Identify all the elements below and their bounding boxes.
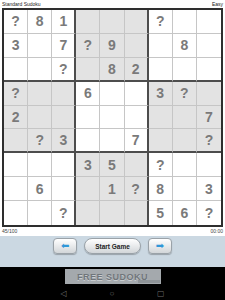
cell-r3c7[interactable]	[149, 58, 173, 82]
page-title: Standard Sudoku	[2, 1, 41, 7]
cell-r5c9[interactable]: 7	[197, 106, 221, 130]
cell-r1c4[interactable]	[76, 10, 100, 34]
android-nav-bar: ◁ ○ ▢	[61, 290, 165, 298]
controls-bar: ⬅ Start Game ➡	[0, 238, 225, 254]
cell-r6c6[interactable]: 7	[125, 129, 149, 153]
cell-r5c1[interactable]: 2	[4, 106, 28, 130]
cell-r5c5[interactable]	[100, 106, 124, 130]
cell-r4c8[interactable]: ?	[173, 82, 197, 106]
cell-r6c7[interactable]	[149, 129, 173, 153]
cell-r6c3[interactable]: 3	[52, 129, 76, 153]
previous-puzzle-button[interactable]: ⬅	[53, 238, 77, 254]
cell-r8c4[interactable]	[76, 177, 100, 201]
cell-r4c2[interactable]	[28, 82, 52, 106]
cell-r1c9[interactable]	[197, 10, 221, 34]
cell-r5c2[interactable]	[28, 106, 52, 130]
cell-r6c4[interactable]	[76, 129, 100, 153]
status-bar: 45/100 00:00	[0, 228, 225, 234]
cell-r7c7[interactable]: ?	[149, 153, 173, 177]
cell-r4c4[interactable]: 6	[76, 82, 100, 106]
arrow-left-icon: ⬅	[61, 241, 69, 251]
difficulty-label: Easy	[212, 1, 223, 7]
cell-r8c5[interactable]: 1	[100, 177, 124, 201]
cell-r4c5[interactable]	[100, 82, 124, 106]
cell-r9c4[interactable]	[76, 201, 100, 225]
cell-r9c8[interactable]: 6	[173, 201, 197, 225]
recent-apps-icon[interactable]: ▢	[157, 290, 165, 298]
home-icon[interactable]: ○	[109, 290, 114, 298]
game-panel: Standard Sudoku Easy ?81?37?98?82?63?27?…	[0, 0, 225, 236]
cell-r9c6[interactable]	[125, 201, 149, 225]
header-bar: Standard Sudoku Easy	[0, 0, 225, 8]
arrow-right-icon: ➡	[156, 241, 164, 251]
cell-r2c1[interactable]: 3	[4, 34, 28, 58]
cell-r8c9[interactable]: 3	[197, 177, 221, 201]
cell-r3c3[interactable]: ?	[52, 58, 76, 82]
cell-r6c5[interactable]	[100, 129, 124, 153]
cell-r6c8[interactable]	[173, 129, 197, 153]
cell-r3c2[interactable]	[28, 58, 52, 82]
cell-r2c4[interactable]: ?	[76, 34, 100, 58]
cell-r5c7[interactable]	[149, 106, 173, 130]
cell-r8c6[interactable]: ?	[125, 177, 149, 201]
cell-r2c8[interactable]: 8	[173, 34, 197, 58]
back-icon[interactable]: ◁	[61, 290, 67, 298]
cell-r4c9[interactable]	[197, 82, 221, 106]
cell-r9c2[interactable]	[28, 201, 52, 225]
progress-counter: 45/100	[2, 228, 17, 234]
cell-r7c9[interactable]	[197, 153, 221, 177]
cell-r8c3[interactable]	[52, 177, 76, 201]
cell-r6c2[interactable]: ?	[28, 129, 52, 153]
cell-r2c3[interactable]: 7	[52, 34, 76, 58]
cell-r1c5[interactable]	[100, 10, 124, 34]
cell-r5c3[interactable]	[52, 106, 76, 130]
cell-r5c6[interactable]	[125, 106, 149, 130]
cell-r2c2[interactable]	[28, 34, 52, 58]
ad-banner[interactable]: FREE SUDOKU	[65, 269, 161, 284]
cell-r6c1[interactable]	[4, 129, 28, 153]
cell-r7c1[interactable]	[4, 153, 28, 177]
cell-r6c9[interactable]: ?	[197, 129, 221, 153]
cell-r4c7[interactable]: 3	[149, 82, 173, 106]
cell-r9c7[interactable]: 5	[149, 201, 173, 225]
cell-r9c9[interactable]: ?	[197, 201, 221, 225]
cell-r2c9[interactable]	[197, 34, 221, 58]
cell-r1c1[interactable]: ?	[4, 10, 28, 34]
cell-r7c5[interactable]: 5	[100, 153, 124, 177]
cell-r7c3[interactable]	[52, 153, 76, 177]
cell-r9c1[interactable]	[4, 201, 28, 225]
start-game-button[interactable]: Start Game	[84, 238, 141, 254]
cell-r8c1[interactable]	[4, 177, 28, 201]
cell-r3c6[interactable]: 2	[125, 58, 149, 82]
cell-r1c8[interactable]	[173, 10, 197, 34]
cell-r1c7[interactable]: ?	[149, 10, 173, 34]
cell-r3c5[interactable]: 8	[100, 58, 124, 82]
cell-r7c4[interactable]: 3	[76, 153, 100, 177]
bottom-black-bar: FREE SUDOKU ◁ ○ ▢	[0, 267, 225, 300]
cell-r3c8[interactable]	[173, 58, 197, 82]
cell-r7c6[interactable]	[125, 153, 149, 177]
cell-r2c5[interactable]: 9	[100, 34, 124, 58]
cell-r5c8[interactable]	[173, 106, 197, 130]
cell-r8c8[interactable]	[173, 177, 197, 201]
next-puzzle-button[interactable]: ➡	[148, 238, 172, 254]
cell-r1c3[interactable]: 1	[52, 10, 76, 34]
cell-r5c4[interactable]	[76, 106, 100, 130]
timer: 00:00	[210, 228, 223, 234]
cell-r2c7[interactable]	[149, 34, 173, 58]
cell-r9c3[interactable]: ?	[52, 201, 76, 225]
cell-r3c4[interactable]	[76, 58, 100, 82]
cell-r3c1[interactable]	[4, 58, 28, 82]
cell-r4c3[interactable]	[52, 82, 76, 106]
cell-r3c9[interactable]	[197, 58, 221, 82]
sudoku-board: ?81?37?98?82?63?27?37?35?61?83?56?	[2, 8, 223, 227]
cell-r1c6[interactable]	[125, 10, 149, 34]
cell-r2c6[interactable]	[125, 34, 149, 58]
cell-r4c1[interactable]: ?	[4, 82, 28, 106]
cell-r7c2[interactable]	[28, 153, 52, 177]
cell-r8c7[interactable]: 8	[149, 177, 173, 201]
cell-r4c6[interactable]	[125, 82, 149, 106]
cell-r8c2[interactable]: 6	[28, 177, 52, 201]
ad-fine-print	[138, 280, 160, 283]
cell-r9c5[interactable]	[100, 201, 124, 225]
cell-r1c2[interactable]: 8	[28, 10, 52, 34]
cell-r7c8[interactable]	[173, 153, 197, 177]
